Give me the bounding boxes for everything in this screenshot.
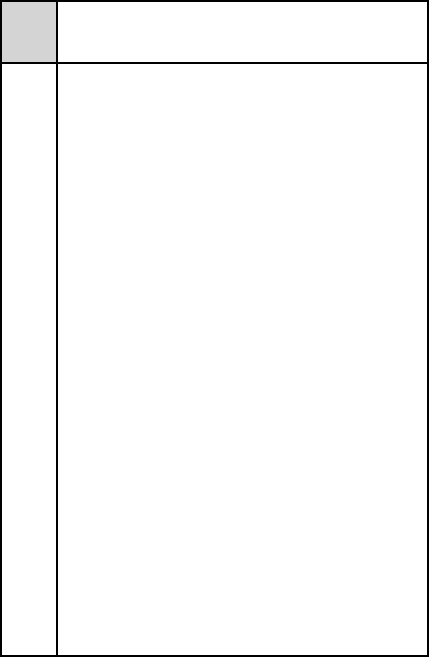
puzzle-board <box>0 0 429 657</box>
nonogram-page <box>0 0 438 672</box>
corner-block <box>2 2 58 64</box>
row-clues-area <box>2 64 58 655</box>
puzzle-grid <box>58 64 427 655</box>
column-clues-area <box>58 2 427 64</box>
